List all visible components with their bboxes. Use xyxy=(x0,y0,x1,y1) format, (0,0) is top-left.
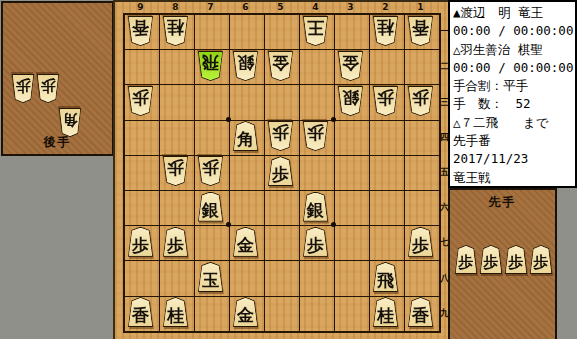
piece-7-2-飛[interactable]: 飛 xyxy=(197,51,224,81)
piece-face: 銀 xyxy=(338,87,363,115)
gote-hand-piece-1-歩[interactable]: 歩 xyxy=(36,74,60,103)
piece-face: 歩 xyxy=(455,246,477,273)
piece-1-1-香[interactable]: 香 xyxy=(407,16,434,46)
piece-5-2-金[interactable]: 金 xyxy=(267,51,294,81)
piece-body: 金 xyxy=(232,297,259,327)
piece-kanji: 金 xyxy=(237,305,254,326)
piece-3-2-金[interactable]: 金 xyxy=(337,51,364,81)
piece-face: 角 xyxy=(233,122,258,150)
piece-body: 飛 xyxy=(372,262,399,292)
piece-2-3-歩[interactable]: 歩 xyxy=(372,86,399,116)
piece-body: 香 xyxy=(127,297,154,327)
piece-face: 銀 xyxy=(303,193,328,221)
piece-body: 桂 xyxy=(372,16,399,46)
piece-kanji: 銀 xyxy=(307,200,324,221)
piece-kanji: 歩 xyxy=(412,235,429,256)
sente-hand-piece-2-歩[interactable]: 歩 xyxy=(504,245,528,274)
piece-body: 桂 xyxy=(372,297,399,327)
game-info-panel: ▲渡辺 明 竜王 00:00 / 00:00:00 △羽生善治 棋聖 00:00… xyxy=(448,0,577,188)
piece-kanji: 桂 xyxy=(377,17,394,38)
piece-2-9-桂[interactable]: 桂 xyxy=(372,297,399,327)
piece-kanji: 金 xyxy=(342,52,359,73)
piece-kanji: 歩 xyxy=(484,252,499,273)
file-label-3: 3 xyxy=(333,2,368,12)
piece-5-4-歩[interactable]: 歩 xyxy=(267,121,294,151)
piece-face: 金 xyxy=(268,52,293,80)
piece-body: 香 xyxy=(407,297,434,327)
piece-8-9-桂[interactable]: 桂 xyxy=(162,297,189,327)
piece-kanji: 歩 xyxy=(307,235,324,256)
piece-body: 歩 xyxy=(162,156,189,186)
piece-body: 銀 xyxy=(197,192,224,222)
piece-1-7-歩[interactable]: 歩 xyxy=(407,227,434,257)
piece-2-8-飛[interactable]: 飛 xyxy=(372,262,399,292)
piece-body: 歩 xyxy=(302,227,329,257)
piece-face: 歩 xyxy=(128,228,153,256)
piece-kanji: 歩 xyxy=(412,87,429,108)
piece-kanji: 歩 xyxy=(132,87,149,108)
piece-kanji: 玉 xyxy=(202,270,219,291)
piece-face: 王 xyxy=(303,17,328,45)
piece-kanji: 歩 xyxy=(202,157,219,178)
piece-kanji: 角 xyxy=(63,109,78,130)
piece-kanji: 香 xyxy=(132,17,149,38)
piece-body: 桂 xyxy=(162,297,189,327)
file-label-5: 5 xyxy=(263,2,298,12)
piece-8-5-歩[interactable]: 歩 xyxy=(162,156,189,186)
piece-7-6-銀[interactable]: 銀 xyxy=(197,192,224,222)
gote-hand-piece-2-角[interactable]: 角 xyxy=(58,108,82,137)
piece-body: 歩 xyxy=(479,245,503,274)
piece-kanji: 歩 xyxy=(16,75,31,96)
piece-4-4-歩[interactable]: 歩 xyxy=(302,121,329,151)
piece-body: 銀 xyxy=(337,86,364,116)
piece-face: 香 xyxy=(128,17,153,45)
piece-9-3-歩[interactable]: 歩 xyxy=(127,86,154,116)
piece-face: 飛 xyxy=(373,263,398,291)
piece-face: 歩 xyxy=(408,228,433,256)
piece-kanji: 歩 xyxy=(167,235,184,256)
piece-5-5-歩[interactable]: 歩 xyxy=(267,156,294,186)
sente-clock: 00:00 / 00:00:00 xyxy=(453,22,575,40)
piece-kanji: 歩 xyxy=(459,252,474,273)
piece-8-1-桂[interactable]: 桂 xyxy=(162,16,189,46)
piece-face: 銀 xyxy=(233,52,258,80)
piece-kanji: 銀 xyxy=(202,200,219,221)
piece-kanji: 歩 xyxy=(41,75,56,96)
piece-face: 歩 xyxy=(12,75,34,102)
piece-body: 銀 xyxy=(232,51,259,81)
piece-1-3-歩[interactable]: 歩 xyxy=(407,86,434,116)
piece-kanji: 歩 xyxy=(377,87,394,108)
piece-7-5-歩[interactable]: 歩 xyxy=(197,156,224,186)
piece-kanji: 銀 xyxy=(342,87,359,108)
piece-face: 歩 xyxy=(128,87,153,115)
piece-body: 金 xyxy=(337,51,364,81)
hoshi-dot xyxy=(226,117,231,122)
piece-body: 歩 xyxy=(529,245,553,274)
piece-face: 金 xyxy=(338,52,363,80)
piece-face: 玉 xyxy=(198,263,223,291)
piece-face: 歩 xyxy=(37,75,59,102)
piece-kanji: 歩 xyxy=(167,157,184,178)
move-count-line: 手 数： 52 xyxy=(453,95,575,113)
piece-kanji: 香 xyxy=(412,305,429,326)
piece-6-4-角[interactable]: 角 xyxy=(232,121,259,151)
piece-kanji: 桂 xyxy=(377,305,394,326)
piece-face: 歩 xyxy=(198,157,223,185)
shogi-board[interactable]: 987654321一二三四五六七八九香桂王桂香飛銀金金歩銀歩歩角歩歩歩歩歩銀銀歩… xyxy=(113,0,452,339)
piece-face: 桂 xyxy=(373,298,398,326)
piece-face: 歩 xyxy=(303,228,328,256)
piece-kanji: 桂 xyxy=(167,17,184,38)
piece-face: 歩 xyxy=(163,157,188,185)
file-label-8: 8 xyxy=(158,2,193,12)
sente-player-name: ▲渡辺 明 竜王 xyxy=(453,4,575,22)
piece-1-9-香[interactable]: 香 xyxy=(407,297,434,327)
piece-body: 歩 xyxy=(197,156,224,186)
piece-body: 歩 xyxy=(302,121,329,151)
piece-face: 角 xyxy=(59,109,81,136)
piece-face: 銀 xyxy=(198,193,223,221)
piece-kanji: 歩 xyxy=(307,122,324,143)
piece-face: 桂 xyxy=(163,298,188,326)
file-label-9: 9 xyxy=(123,2,158,12)
piece-body: 金 xyxy=(232,227,259,257)
piece-kanji: 歩 xyxy=(272,164,289,185)
piece-body: 角 xyxy=(58,108,82,137)
piece-kanji: 金 xyxy=(237,235,254,256)
piece-body: 歩 xyxy=(407,227,434,257)
sente-hand-piece-0-歩[interactable]: 歩 xyxy=(454,245,478,274)
sente-tray-label: 先手 xyxy=(450,194,555,211)
piece-face: 歩 xyxy=(480,246,502,273)
piece-kanji: 香 xyxy=(132,305,149,326)
piece-face: 歩 xyxy=(373,87,398,115)
piece-face: 歩 xyxy=(268,157,293,185)
piece-face: 飛 xyxy=(198,52,223,80)
handicap-line: 手合割：平手 xyxy=(453,77,575,95)
file-label-1: 1 xyxy=(403,2,438,12)
piece-kanji: 金 xyxy=(272,52,289,73)
piece-kanji: 飛 xyxy=(377,270,394,291)
piece-face: 香 xyxy=(128,298,153,326)
file-label-7: 7 xyxy=(193,2,228,12)
piece-face: 歩 xyxy=(303,122,328,150)
shogi-app-window: 後手 歩歩角 987654321一二三四五六七八九香桂王桂香飛銀金金歩銀歩歩角歩… xyxy=(0,0,577,339)
piece-body: 歩 xyxy=(407,86,434,116)
hoshi-dot xyxy=(331,117,336,122)
piece-body: 飛 xyxy=(197,51,224,81)
piece-4-6-銀[interactable]: 銀 xyxy=(302,192,329,222)
piece-face: 香 xyxy=(408,298,433,326)
piece-7-8-玉[interactable]: 玉 xyxy=(197,262,224,292)
piece-kanji: 香 xyxy=(412,17,429,38)
piece-kanji: 銀 xyxy=(237,52,254,73)
piece-kanji: 王 xyxy=(307,17,324,38)
piece-body: 香 xyxy=(127,16,154,46)
piece-4-7-歩[interactable]: 歩 xyxy=(302,227,329,257)
piece-body: 金 xyxy=(267,51,294,81)
piece-face: 香 xyxy=(408,17,433,45)
piece-body: 歩 xyxy=(504,245,528,274)
piece-body: 歩 xyxy=(372,86,399,116)
piece-face: 歩 xyxy=(530,246,552,273)
piece-kanji: 飛 xyxy=(202,52,219,73)
piece-kanji: 桂 xyxy=(167,305,184,326)
game-date: 2017/11/23 xyxy=(453,150,575,168)
sente-hand-piece-3-歩[interactable]: 歩 xyxy=(529,245,553,274)
piece-face: 歩 xyxy=(163,228,188,256)
last-move-line: △７二飛 まで xyxy=(453,114,575,132)
piece-kanji: 歩 xyxy=(272,122,289,143)
piece-face: 歩 xyxy=(505,246,527,273)
piece-kanji: 歩 xyxy=(534,252,549,273)
piece-3-3-銀[interactable]: 銀 xyxy=(337,86,364,116)
sente-hand-piece-1-歩[interactable]: 歩 xyxy=(479,245,503,274)
piece-face: 歩 xyxy=(408,87,433,115)
file-label-6: 6 xyxy=(228,2,263,12)
piece-body: 歩 xyxy=(127,227,154,257)
piece-body: 歩 xyxy=(267,121,294,151)
gote-hand-piece-0-歩[interactable]: 歩 xyxy=(11,74,35,103)
piece-body: 桂 xyxy=(162,16,189,46)
sente-captured-tray[interactable]: 先手 歩歩歩歩 xyxy=(448,188,557,339)
piece-body: 王 xyxy=(302,16,329,46)
piece-body: 歩 xyxy=(267,156,294,186)
piece-body: 歩 xyxy=(127,86,154,116)
piece-body: 歩 xyxy=(36,74,60,103)
piece-6-7-金[interactable]: 金 xyxy=(232,227,259,257)
piece-9-7-歩[interactable]: 歩 xyxy=(127,227,154,257)
event-name: 竜王戦 xyxy=(453,169,575,187)
piece-6-2-銀[interactable]: 銀 xyxy=(232,51,259,81)
piece-face: 桂 xyxy=(163,17,188,45)
piece-kanji: 角 xyxy=(237,129,254,150)
turn-indicator: 先手番 xyxy=(453,132,575,150)
piece-body: 香 xyxy=(407,16,434,46)
piece-body: 銀 xyxy=(302,192,329,222)
piece-body: 角 xyxy=(232,121,259,151)
piece-kanji: 歩 xyxy=(132,235,149,256)
piece-body: 歩 xyxy=(454,245,478,274)
gote-clock: 00:00 / 00:00:00 xyxy=(453,59,575,77)
gote-player-name: △羽生善治 棋聖 xyxy=(453,41,575,59)
piece-body: 歩 xyxy=(162,227,189,257)
piece-6-9-金[interactable]: 金 xyxy=(232,297,259,327)
gote-captured-tray[interactable]: 後手 歩歩角 xyxy=(1,1,114,156)
piece-body: 歩 xyxy=(11,74,35,103)
piece-2-1-桂[interactable]: 桂 xyxy=(372,16,399,46)
piece-9-1-香[interactable]: 香 xyxy=(127,16,154,46)
file-label-4: 4 xyxy=(298,2,333,12)
file-label-2: 2 xyxy=(368,2,403,12)
piece-face: 歩 xyxy=(268,122,293,150)
piece-body: 玉 xyxy=(197,262,224,292)
piece-face: 桂 xyxy=(373,17,398,45)
piece-kanji: 歩 xyxy=(509,252,524,273)
piece-4-1-王[interactable]: 王 xyxy=(302,16,329,46)
piece-8-7-歩[interactable]: 歩 xyxy=(162,227,189,257)
piece-face: 金 xyxy=(233,298,258,326)
piece-9-9-香[interactable]: 香 xyxy=(127,297,154,327)
piece-face: 金 xyxy=(233,228,258,256)
